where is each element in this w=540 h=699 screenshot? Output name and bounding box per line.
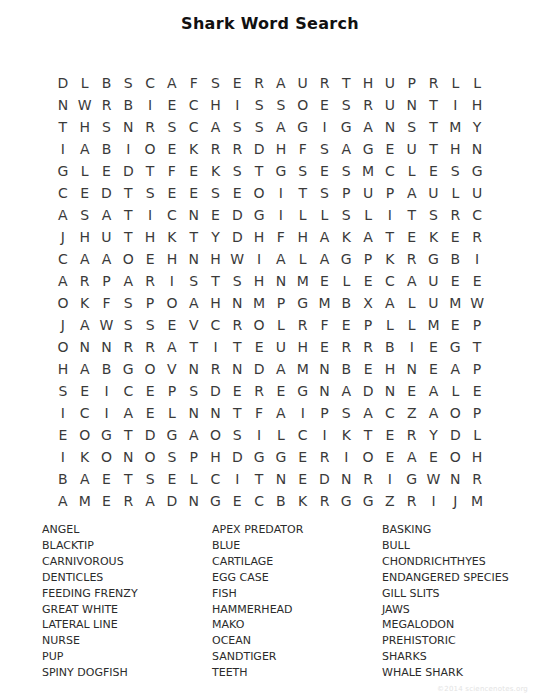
grid-cell-r10c17: A [401, 270, 423, 292]
grid-cell-r15c8: D [205, 380, 227, 402]
grid-cell-r10c14: L [335, 270, 357, 292]
grid-cell-r2c10: S [248, 94, 270, 116]
grid-cell-r5c10: T [248, 160, 270, 182]
grid-cell-r12c19: E [444, 314, 466, 336]
grid-cell-r20c16: Z [379, 490, 401, 512]
grid-cell-r3c5: R [139, 116, 161, 138]
grid-cell-r19c20: R [466, 468, 488, 490]
grid-cell-r2c3: R [96, 94, 118, 116]
grid-cell-r12c17: L [401, 314, 423, 336]
grid-cell-r2c4: B [117, 94, 139, 116]
grid-cell-r6c6: E [161, 182, 183, 204]
grid-cell-r5c2: L [74, 160, 96, 182]
grid-cell-r5c5: T [139, 160, 161, 182]
grid-cell-r1c2: L [74, 72, 96, 94]
word-list-item: BLACKTIP [42, 538, 212, 554]
grid-cell-r18c17: A [401, 446, 423, 468]
grid-cell-r11c4: S [117, 292, 139, 314]
grid-cell-r6c19: L [444, 182, 466, 204]
grid-cell-r8c14: K [335, 226, 357, 248]
grid-cell-r4c7: K [183, 138, 205, 160]
grid-cell-r14c2: A [74, 358, 96, 380]
grid-cell-r9c6: H [161, 248, 183, 270]
grid-cell-r17c14: K [335, 424, 357, 446]
grid-cell-r19c12: E [292, 468, 314, 490]
grid-cell-r12c13: F [314, 314, 336, 336]
grid-cell-r12c15: P [357, 314, 379, 336]
grid-cell-r20c12: K [292, 490, 314, 512]
grid-cell-r18c9: D [226, 446, 248, 468]
grid-cell-r6c10: O [248, 182, 270, 204]
grid-cell-r16c7: N [183, 402, 205, 424]
grid-cell-r16c17: Z [401, 402, 423, 424]
grid-cell-r18c5: O [139, 446, 161, 468]
grid-cell-r4c16: E [379, 138, 401, 160]
grid-cell-r17c4: T [117, 424, 139, 446]
grid-cell-r18c14: I [335, 446, 357, 468]
word-list-item: APEX PREDATOR [212, 522, 382, 538]
grid-cell-r9c4: O [117, 248, 139, 270]
grid-cell-r1c17: P [401, 72, 423, 94]
grid-cell-r5c17: L [401, 160, 423, 182]
grid-cell-r7c9: D [226, 204, 248, 226]
grid-cell-r11c11: P [270, 292, 292, 314]
word-list-item: SPINY DOGFISH [42, 665, 212, 681]
grid-cell-r9c15: P [357, 248, 379, 270]
grid-cell-r11c1: O [52, 292, 74, 314]
grid-cell-r19c15: R [357, 468, 379, 490]
grid-cell-r15c7: S [183, 380, 205, 402]
grid-cell-r8c7: T [183, 226, 205, 248]
grid-cell-r15c6: P [161, 380, 183, 402]
grid-cell-r19c11: N [270, 468, 292, 490]
grid-cell-r4c1: I [52, 138, 74, 160]
grid-cell-r2c6: E [161, 94, 183, 116]
grid-cell-r6c5: S [139, 182, 161, 204]
grid-cell-r12c5: S [139, 314, 161, 336]
grid-cell-r4c12: F [292, 138, 314, 160]
grid-cell-r14c12: M [292, 358, 314, 380]
grid-cell-r5c13: E [314, 160, 336, 182]
grid-cell-r6c1: C [52, 182, 74, 204]
word-list-item: BLUE [212, 538, 382, 554]
grid-cell-r16c18: A [423, 402, 445, 424]
grid-cell-r16c19: O [444, 402, 466, 424]
grid-cell-r16c3: I [96, 402, 118, 424]
grid-cell-r14c20: P [466, 358, 488, 380]
grid-cell-r13c20: T [466, 336, 488, 358]
word-list: ANGELBLACKTIPCARNIVOROUSDENTICLESFEEDING… [42, 522, 530, 681]
grid-cell-r13c4: R [117, 336, 139, 358]
grid-cell-r2c8: H [205, 94, 227, 116]
word-list-column: APEX PREDATORBLUECARTILAGEEGG CASEFISHHA… [212, 522, 382, 681]
grid-cell-r17c3: G [96, 424, 118, 446]
grid-cell-r5c7: E [183, 160, 205, 182]
grid-cell-r14c14: B [335, 358, 357, 380]
grid-cell-r13c16: B [379, 336, 401, 358]
grid-cell-r4c6: E [161, 138, 183, 160]
grid-cell-r9c14: G [335, 248, 357, 270]
grid-cell-r4c4: I [117, 138, 139, 160]
grid-cell-r9c3: A [96, 248, 118, 270]
grid-cell-r17c1: E [52, 424, 74, 446]
grid-cell-r6c13: S [314, 182, 336, 204]
grid-cell-r12c3: W [96, 314, 118, 336]
grid-cell-r3c12: G [292, 116, 314, 138]
grid-cell-r7c10: G [248, 204, 270, 226]
grid-cell-r3c20: Y [466, 116, 488, 138]
grid-cell-r12c1: J [52, 314, 74, 336]
grid-cell-r7c6: C [161, 204, 183, 226]
grid-cell-r2c18: T [423, 94, 445, 116]
grid-cell-r10c10: H [248, 270, 270, 292]
grid-cell-r9c12: L [292, 248, 314, 270]
word-list-item: HAMMERHEAD [212, 602, 382, 618]
grid-cell-r18c3: O [96, 446, 118, 468]
grid-cell-r8c3: U [96, 226, 118, 248]
grid-cell-r7c12: L [292, 204, 314, 226]
grid-cell-r15c9: E [226, 380, 248, 402]
grid-cell-r5c20: G [466, 160, 488, 182]
grid-cell-r12c18: M [423, 314, 445, 336]
grid-cell-r8c1: J [52, 226, 74, 248]
word-list-item: DENTICLES [42, 570, 212, 586]
word-list-item: JAWS [382, 602, 530, 618]
grid-cell-r10c7: S [183, 270, 205, 292]
grid-cell-r1c13: R [314, 72, 336, 94]
grid-cell-r4c5: O [139, 138, 161, 160]
grid-cell-r8c12: H [292, 226, 314, 248]
page-title: Shark Word Search [0, 14, 540, 33]
grid-cell-r19c3: E [96, 468, 118, 490]
word-list-item: BASKING [382, 522, 530, 538]
grid-cell-r12c2: A [74, 314, 96, 336]
grid-cell-r11c10: M [248, 292, 270, 314]
word-list-item: TEETH [212, 665, 382, 681]
grid-cell-r6c7: E [183, 182, 205, 204]
word-search-grid: DLBSCAFSERAURTHUPRLLNWRBIECHISSOESRUNTIH… [52, 72, 488, 512]
grid-cell-r14c16: H [379, 358, 401, 380]
grid-cell-r13c2: N [74, 336, 96, 358]
grid-cell-r16c9: T [226, 402, 248, 424]
grid-cell-r1c11: A [270, 72, 292, 94]
grid-cell-r6c18: U [423, 182, 445, 204]
grid-cell-r5c14: S [335, 160, 357, 182]
grid-cell-r12c12: R [292, 314, 314, 336]
grid-cell-r10c13: E [314, 270, 336, 292]
grid-cell-r11c18: U [423, 292, 445, 314]
grid-cell-r14c13: N [314, 358, 336, 380]
word-list-item: WHALE SHARK [382, 665, 530, 681]
grid-cell-r15c1: S [52, 380, 74, 402]
grid-cell-r14c6: V [161, 358, 183, 380]
grid-cell-r17c2: O [74, 424, 96, 446]
grid-cell-r16c20: P [466, 402, 488, 424]
grid-cell-r2c19: I [444, 94, 466, 116]
grid-cell-r6c2: E [74, 182, 96, 204]
grid-cell-r7c13: L [314, 204, 336, 226]
word-list-item: GREAT WHITE [42, 602, 212, 618]
grid-cell-r4c17: U [401, 138, 423, 160]
grid-cell-r8c11: F [270, 226, 292, 248]
grid-cell-r9c1: C [52, 248, 74, 270]
grid-cell-r19c4: T [117, 468, 139, 490]
grid-cell-r15c13: N [314, 380, 336, 402]
grid-cell-r16c1: I [52, 402, 74, 424]
grid-cell-r6c11: I [270, 182, 292, 204]
grid-cell-r15c15: D [357, 380, 379, 402]
grid-cell-r15c17: E [401, 380, 423, 402]
grid-cell-r2c13: E [314, 94, 336, 116]
grid-cell-r13c5: R [139, 336, 161, 358]
grid-cell-r12c9: R [226, 314, 248, 336]
grid-cell-r14c18: E [423, 358, 445, 380]
grid-cell-r12c16: L [379, 314, 401, 336]
grid-cell-r6c20: U [466, 182, 488, 204]
grid-cell-r14c9: N [226, 358, 248, 380]
grid-cell-r3c3: S [96, 116, 118, 138]
grid-cell-r1c20: L [466, 72, 488, 94]
grid-cell-r5c4: D [117, 160, 139, 182]
word-list-item: MAKO [212, 617, 382, 633]
grid-cell-r9c13: A [314, 248, 336, 270]
grid-cell-r10c15: E [357, 270, 379, 292]
grid-cell-r12c6: E [161, 314, 183, 336]
grid-cell-r16c4: A [117, 402, 139, 424]
word-list-item: LATERAL LINE [42, 617, 212, 633]
grid-cell-r18c11: G [270, 446, 292, 468]
grid-cell-r20c8: G [205, 490, 227, 512]
grid-cell-r8c16: T [379, 226, 401, 248]
grid-cell-r14c4: G [117, 358, 139, 380]
grid-cell-r16c6: L [161, 402, 183, 424]
grid-cell-r9c9: W [226, 248, 248, 270]
grid-cell-r2c16: U [379, 94, 401, 116]
grid-cell-r6c16: P [379, 182, 401, 204]
grid-cell-r17c10: I [248, 424, 270, 446]
grid-cell-r18c19: O [444, 446, 466, 468]
grid-cell-r15c14: A [335, 380, 357, 402]
grid-cell-r13c3: N [96, 336, 118, 358]
grid-cell-r3c14: G [335, 116, 357, 138]
grid-cell-r9c5: E [139, 248, 161, 270]
grid-cell-r15c11: E [270, 380, 292, 402]
grid-cell-r6c4: T [117, 182, 139, 204]
grid-cell-r11c17: L [401, 292, 423, 314]
grid-cell-r7c17: T [401, 204, 423, 226]
grid-cell-r3c1: T [52, 116, 74, 138]
grid-cell-r4c9: R [226, 138, 248, 160]
grid-cell-r18c13: R [314, 446, 336, 468]
grid-cell-r19c1: B [52, 468, 74, 490]
grid-cell-r2c11: S [270, 94, 292, 116]
grid-cell-r20c11: B [270, 490, 292, 512]
grid-cell-r13c18: E [423, 336, 445, 358]
grid-cell-r6c3: D [96, 182, 118, 204]
grid-cell-r17c11: L [270, 424, 292, 446]
grid-cell-r8c4: T [117, 226, 139, 248]
grid-cell-r5c16: C [379, 160, 401, 182]
grid-cell-r1c1: D [52, 72, 74, 94]
grid-cell-r2c5: I [139, 94, 161, 116]
grid-cell-r4c8: R [205, 138, 227, 160]
grid-cell-r20c18: I [423, 490, 445, 512]
grid-cell-r1c5: C [139, 72, 161, 94]
grid-cell-r2c15: R [357, 94, 379, 116]
grid-cell-r3c8: A [205, 116, 227, 138]
copyright-watermark: ©2014 sciencenotes.org [437, 685, 528, 693]
word-list-item: FISH [212, 586, 382, 602]
grid-cell-r1c15: H [357, 72, 379, 94]
grid-cell-r4c3: B [96, 138, 118, 160]
grid-cell-r20c17: R [401, 490, 423, 512]
grid-cell-r20c13: R [314, 490, 336, 512]
grid-cell-r9c19: B [444, 248, 466, 270]
grid-cell-r20c14: G [335, 490, 357, 512]
grid-cell-r20c3: E [96, 490, 118, 512]
grid-cell-r12c20: P [466, 314, 488, 336]
grid-cell-r16c11: A [270, 402, 292, 424]
grid-cell-r16c16: C [379, 402, 401, 424]
grid-cell-r17c20: L [466, 424, 488, 446]
grid-cell-r9c8: H [205, 248, 227, 270]
word-list-item: PUP [42, 649, 212, 665]
grid-cell-r13c17: I [401, 336, 423, 358]
grid-cell-r13c19: G [444, 336, 466, 358]
grid-cell-r14c7: N [183, 358, 205, 380]
grid-cell-r20c6: D [161, 490, 183, 512]
grid-cell-r19c16: I [379, 468, 401, 490]
grid-cell-r20c2: M [74, 490, 96, 512]
grid-cell-r19c10: T [248, 468, 270, 490]
grid-cell-r11c5: P [139, 292, 161, 314]
grid-cell-r3c15: A [357, 116, 379, 138]
grid-cell-r11c19: M [444, 292, 466, 314]
grid-cell-r12c7: V [183, 314, 205, 336]
grid-cell-r19c6: E [161, 468, 183, 490]
grid-cell-r13c1: O [52, 336, 74, 358]
grid-cell-r7c19: R [444, 204, 466, 226]
grid-cell-r20c9: E [226, 490, 248, 512]
word-list-item: GILL SLITS [382, 586, 530, 602]
grid-cell-r11c2: K [74, 292, 96, 314]
grid-cell-r10c9: S [226, 270, 248, 292]
grid-cell-r1c7: F [183, 72, 205, 94]
grid-cell-r6c14: P [335, 182, 357, 204]
grid-cell-r18c7: P [183, 446, 205, 468]
grid-cell-r19c9: I [226, 468, 248, 490]
grid-cell-r4c18: T [423, 138, 445, 160]
grid-cell-r16c15: A [357, 402, 379, 424]
grid-cell-r14c15: E [357, 358, 379, 380]
grid-cell-r12c10: O [248, 314, 270, 336]
grid-cell-r2c14: S [335, 94, 357, 116]
grid-cell-r8c17: E [401, 226, 423, 248]
grid-cell-r13c10: E [248, 336, 270, 358]
grid-cell-r19c17: G [401, 468, 423, 490]
grid-cell-r10c16: C [379, 270, 401, 292]
grid-cell-r1c6: A [161, 72, 183, 94]
grid-cell-r15c2: E [74, 380, 96, 402]
grid-cell-r2c12: O [292, 94, 314, 116]
grid-cell-r13c6: A [161, 336, 183, 358]
grid-cell-r14c8: R [205, 358, 227, 380]
grid-cell-r17c16: E [379, 424, 401, 446]
grid-cell-r3c13: I [314, 116, 336, 138]
grid-cell-r10c3: P [96, 270, 118, 292]
grid-cell-r7c4: T [117, 204, 139, 226]
grid-cell-r14c17: N [401, 358, 423, 380]
grid-cell-r10c4: A [117, 270, 139, 292]
grid-cell-r12c4: S [117, 314, 139, 336]
grid-cell-r9c11: A [270, 248, 292, 270]
grid-cell-r4c15: G [357, 138, 379, 160]
grid-cell-r18c12: E [292, 446, 314, 468]
grid-cell-r7c5: I [139, 204, 161, 226]
grid-cell-r19c18: W [423, 468, 445, 490]
grid-cell-r7c16: I [379, 204, 401, 226]
grid-cell-r5c15: M [357, 160, 379, 182]
grid-cell-r3c11: A [270, 116, 292, 138]
grid-cell-r3c18: T [423, 116, 445, 138]
grid-cell-r7c15: L [357, 204, 379, 226]
grid-cell-r10c20: E [466, 270, 488, 292]
grid-cell-r11c20: W [466, 292, 488, 314]
word-list-item: MEGALODON [382, 617, 530, 633]
grid-cell-r20c1: A [52, 490, 74, 512]
grid-cell-r3c19: M [444, 116, 466, 138]
grid-cell-r10c5: R [139, 270, 161, 292]
grid-cell-r8c5: H [139, 226, 161, 248]
grid-cell-r19c5: S [139, 468, 161, 490]
grid-cell-r2c20: H [466, 94, 488, 116]
grid-cell-r9c2: A [74, 248, 96, 270]
grid-cell-r8c10: H [248, 226, 270, 248]
grid-cell-r1c4: S [117, 72, 139, 94]
grid-cell-r9c10: I [248, 248, 270, 270]
word-list-item: CARNIVOROUS [42, 554, 212, 570]
grid-cell-r12c14: E [335, 314, 357, 336]
grid-cell-r18c10: G [248, 446, 270, 468]
grid-cell-r1c19: L [444, 72, 466, 94]
grid-cell-r16c12: I [292, 402, 314, 424]
grid-cell-r4c11: H [270, 138, 292, 160]
grid-cell-r8c6: K [161, 226, 183, 248]
grid-cell-r11c3: F [96, 292, 118, 314]
grid-cell-r19c13: D [314, 468, 336, 490]
grid-cell-r17c15: T [357, 424, 379, 446]
word-list-item: FEEDING FRENZY [42, 586, 212, 602]
grid-cell-r1c10: R [248, 72, 270, 94]
grid-cell-r11c13: M [314, 292, 336, 314]
grid-cell-r18c2: K [74, 446, 96, 468]
grid-cell-r18c4: N [117, 446, 139, 468]
word-list-item: BULL [382, 538, 530, 554]
grid-cell-r11c14: B [335, 292, 357, 314]
grid-cell-r15c4: C [117, 380, 139, 402]
grid-cell-r16c13: P [314, 402, 336, 424]
grid-cell-r2c9: I [226, 94, 248, 116]
grid-cell-r7c8: E [205, 204, 227, 226]
grid-cell-r17c12: C [292, 424, 314, 446]
grid-cell-r16c5: E [139, 402, 161, 424]
grid-cell-r8c15: A [357, 226, 379, 248]
grid-cell-r6c15: U [357, 182, 379, 204]
grid-cell-r9c16: K [379, 248, 401, 270]
grid-cell-r7c14: S [335, 204, 357, 226]
grid-cell-r6c9: E [226, 182, 248, 204]
grid-cell-r3c17: S [401, 116, 423, 138]
